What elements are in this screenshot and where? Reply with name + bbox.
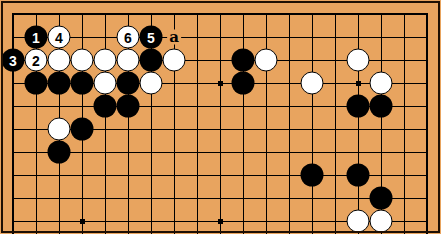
stone-white <box>370 72 393 95</box>
stone-black <box>117 72 140 95</box>
stone-white-move-2: 2 <box>25 49 48 72</box>
grid-line-vertical <box>358 13 359 234</box>
stone-white <box>94 72 117 95</box>
stone-black-move-5: 5 <box>140 26 163 49</box>
stone-white <box>347 210 370 233</box>
stone-black-move-3: 3 <box>2 49 25 72</box>
grid-line-horizontal <box>12 152 428 153</box>
stone-black <box>232 72 255 95</box>
star-point <box>218 219 223 224</box>
stone-white-move-4: 4 <box>48 26 71 49</box>
stone-white <box>48 49 71 72</box>
grid-line-vertical <box>335 13 336 234</box>
stone-black <box>25 72 48 95</box>
stone-black-move-1: 1 <box>25 26 48 49</box>
grid-line-vertical <box>174 13 175 234</box>
grid-line-vertical <box>243 13 244 234</box>
stone-white <box>48 118 71 141</box>
stone-white <box>71 49 94 72</box>
stone-black <box>71 72 94 95</box>
stone-black <box>48 72 71 95</box>
grid-line-vertical <box>12 13 14 234</box>
grid-line-vertical <box>105 13 106 234</box>
stone-white <box>301 72 324 95</box>
grid-line-vertical <box>220 13 221 234</box>
grid-line-horizontal <box>12 37 428 38</box>
stone-white <box>255 49 278 72</box>
star-point <box>356 81 361 86</box>
stone-black <box>232 49 255 72</box>
star-point <box>80 219 85 224</box>
grid-line-vertical <box>289 13 290 234</box>
stone-black <box>140 49 163 72</box>
grid-line-vertical <box>404 13 405 234</box>
stone-black <box>71 118 94 141</box>
stone-white <box>163 49 186 72</box>
star-point <box>218 81 223 86</box>
stone-black <box>347 95 370 118</box>
stone-white <box>94 49 117 72</box>
stone-black <box>48 141 71 164</box>
stone-white <box>140 72 163 95</box>
stone-black <box>370 187 393 210</box>
grid-line-vertical <box>426 13 428 234</box>
grid-line-vertical <box>197 13 198 234</box>
point-label-a: a <box>167 30 181 45</box>
grid-line-vertical <box>266 13 267 234</box>
grid-line-vertical <box>312 13 313 234</box>
stone-black <box>347 164 370 187</box>
grid-line-horizontal <box>12 13 428 15</box>
go-board: a146532 <box>0 0 441 234</box>
stone-white <box>117 49 140 72</box>
stone-black <box>94 95 117 118</box>
grid-line-horizontal <box>12 198 428 199</box>
stone-black <box>370 95 393 118</box>
stone-black <box>301 164 324 187</box>
stone-white <box>347 49 370 72</box>
stone-white <box>370 210 393 233</box>
stone-black <box>117 95 140 118</box>
stone-white-move-6: 6 <box>117 26 140 49</box>
